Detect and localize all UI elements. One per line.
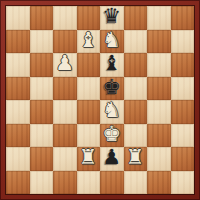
square-f5[interactable] xyxy=(124,77,148,101)
board-frame: ♛♝♞♟♝♚♞♚♜♟♜ xyxy=(0,0,200,200)
square-c8[interactable] xyxy=(53,6,77,30)
square-d7[interactable]: ♝ xyxy=(77,30,101,54)
square-d2[interactable]: ♜ xyxy=(77,147,101,171)
piece-white-knight[interactable]: ♞ xyxy=(102,30,121,51)
square-h3[interactable] xyxy=(171,124,195,148)
square-h4[interactable] xyxy=(171,100,195,124)
square-f1[interactable] xyxy=(124,171,148,195)
square-e2[interactable]: ♟ xyxy=(100,147,124,171)
square-b4[interactable] xyxy=(30,100,54,124)
square-a3[interactable] xyxy=(6,124,30,148)
square-a5[interactable] xyxy=(6,77,30,101)
square-g7[interactable] xyxy=(147,30,171,54)
square-b5[interactable] xyxy=(30,77,54,101)
square-g1[interactable] xyxy=(147,171,171,195)
square-a8[interactable] xyxy=(6,6,30,30)
square-f7[interactable] xyxy=(124,30,148,54)
square-d8[interactable] xyxy=(77,6,101,30)
square-g3[interactable] xyxy=(147,124,171,148)
square-e4[interactable]: ♞ xyxy=(100,100,124,124)
square-b3[interactable] xyxy=(30,124,54,148)
square-f8[interactable] xyxy=(124,6,148,30)
square-d1[interactable] xyxy=(77,171,101,195)
square-b1[interactable] xyxy=(30,171,54,195)
square-e5[interactable]: ♚ xyxy=(100,77,124,101)
piece-black-bishop[interactable]: ♝ xyxy=(102,53,121,74)
piece-black-queen[interactable]: ♛ xyxy=(102,6,121,27)
square-g5[interactable] xyxy=(147,77,171,101)
square-a7[interactable] xyxy=(6,30,30,54)
square-f2[interactable]: ♜ xyxy=(124,147,148,171)
square-c2[interactable] xyxy=(53,147,77,171)
piece-white-pawn[interactable]: ♟ xyxy=(55,53,74,74)
square-a2[interactable] xyxy=(6,147,30,171)
square-e6[interactable]: ♝ xyxy=(100,53,124,77)
square-e3[interactable]: ♚ xyxy=(100,124,124,148)
square-h8[interactable] xyxy=(171,6,195,30)
chess-board: ♛♝♞♟♝♚♞♚♜♟♜ xyxy=(6,6,194,194)
square-g8[interactable] xyxy=(147,6,171,30)
square-a4[interactable] xyxy=(6,100,30,124)
square-e8[interactable]: ♛ xyxy=(100,6,124,30)
square-d6[interactable] xyxy=(77,53,101,77)
square-g4[interactable] xyxy=(147,100,171,124)
square-d5[interactable] xyxy=(77,77,101,101)
square-b2[interactable] xyxy=(30,147,54,171)
square-c5[interactable] xyxy=(53,77,77,101)
square-d3[interactable] xyxy=(77,124,101,148)
square-g6[interactable] xyxy=(147,53,171,77)
square-a6[interactable] xyxy=(6,53,30,77)
square-c7[interactable] xyxy=(53,30,77,54)
square-c4[interactable] xyxy=(53,100,77,124)
square-b7[interactable] xyxy=(30,30,54,54)
piece-white-bishop[interactable]: ♝ xyxy=(79,30,98,51)
square-d4[interactable] xyxy=(77,100,101,124)
piece-white-rook[interactable]: ♜ xyxy=(126,147,145,168)
square-c1[interactable] xyxy=(53,171,77,195)
square-b8[interactable] xyxy=(30,6,54,30)
square-f6[interactable] xyxy=(124,53,148,77)
square-e1[interactable] xyxy=(100,171,124,195)
piece-white-knight[interactable]: ♞ xyxy=(102,100,121,121)
square-h6[interactable] xyxy=(171,53,195,77)
piece-black-king[interactable]: ♚ xyxy=(102,77,121,98)
square-b6[interactable] xyxy=(30,53,54,77)
square-a1[interactable] xyxy=(6,171,30,195)
piece-black-pawn[interactable]: ♟ xyxy=(102,147,121,168)
square-h5[interactable] xyxy=(171,77,195,101)
square-f3[interactable] xyxy=(124,124,148,148)
square-h1[interactable] xyxy=(171,171,195,195)
square-e7[interactable]: ♞ xyxy=(100,30,124,54)
square-h7[interactable] xyxy=(171,30,195,54)
piece-white-rook[interactable]: ♜ xyxy=(79,147,98,168)
square-c3[interactable] xyxy=(53,124,77,148)
square-c6[interactable]: ♟ xyxy=(53,53,77,77)
square-h2[interactable] xyxy=(171,147,195,171)
piece-white-king[interactable]: ♚ xyxy=(102,124,121,145)
square-g2[interactable] xyxy=(147,147,171,171)
square-f4[interactable] xyxy=(124,100,148,124)
